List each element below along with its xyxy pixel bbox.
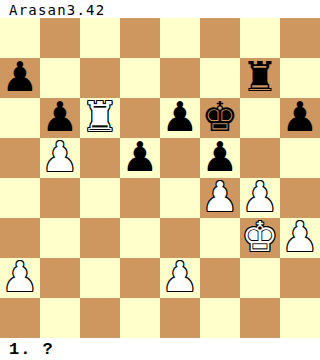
square-a6[interactable]: [0, 98, 40, 138]
square-f4[interactable]: ♟: [200, 178, 240, 218]
square-f5[interactable]: ♟: [200, 138, 240, 178]
square-g4[interactable]: ♟: [240, 178, 280, 218]
square-g8[interactable]: [240, 18, 280, 58]
black-pawn[interactable]: ♟: [122, 138, 159, 178]
square-e4[interactable]: [160, 178, 200, 218]
square-c1[interactable]: [80, 298, 120, 338]
white-pawn[interactable]: ♟: [282, 218, 319, 258]
square-b8[interactable]: [40, 18, 80, 58]
square-e6[interactable]: ♟: [160, 98, 200, 138]
status-bar: 1. ?: [0, 338, 320, 360]
square-g3[interactable]: ♚: [240, 218, 280, 258]
white-king[interactable]: ♚: [242, 218, 279, 258]
square-e8[interactable]: [160, 18, 200, 58]
square-c2[interactable]: [80, 258, 120, 298]
square-b1[interactable]: [40, 298, 80, 338]
square-g1[interactable]: [240, 298, 280, 338]
square-g7[interactable]: ♜: [240, 58, 280, 98]
square-a7[interactable]: ♟: [0, 58, 40, 98]
chess-board: ♟♜♟♜♟♚♟♟♟♟♟♟♚♟♟♟: [0, 18, 320, 338]
square-h5[interactable]: [280, 138, 320, 178]
square-e5[interactable]: [160, 138, 200, 178]
square-f8[interactable]: [200, 18, 240, 58]
square-b2[interactable]: [40, 258, 80, 298]
square-d5[interactable]: ♟: [120, 138, 160, 178]
black-pawn[interactable]: ♟: [282, 98, 319, 138]
square-c3[interactable]: [80, 218, 120, 258]
square-d7[interactable]: [120, 58, 160, 98]
square-h7[interactable]: [280, 58, 320, 98]
square-f2[interactable]: [200, 258, 240, 298]
square-h1[interactable]: [280, 298, 320, 338]
square-d6[interactable]: [120, 98, 160, 138]
square-b4[interactable]: [40, 178, 80, 218]
square-d2[interactable]: [120, 258, 160, 298]
square-c6[interactable]: ♜: [80, 98, 120, 138]
square-g6[interactable]: [240, 98, 280, 138]
square-b5[interactable]: ♟: [40, 138, 80, 178]
square-c7[interactable]: [80, 58, 120, 98]
square-f7[interactable]: [200, 58, 240, 98]
square-a8[interactable]: [0, 18, 40, 58]
white-pawn[interactable]: ♟: [162, 258, 199, 298]
square-f3[interactable]: [200, 218, 240, 258]
square-a1[interactable]: [0, 298, 40, 338]
black-pawn[interactable]: ♟: [2, 58, 39, 98]
square-f1[interactable]: [200, 298, 240, 338]
square-d3[interactable]: [120, 218, 160, 258]
black-king[interactable]: ♚: [202, 98, 239, 138]
square-h3[interactable]: ♟: [280, 218, 320, 258]
square-g5[interactable]: [240, 138, 280, 178]
square-h2[interactable]: [280, 258, 320, 298]
square-b3[interactable]: [40, 218, 80, 258]
black-pawn[interactable]: ♟: [162, 98, 199, 138]
square-a4[interactable]: [0, 178, 40, 218]
square-a5[interactable]: [0, 138, 40, 178]
white-pawn[interactable]: ♟: [2, 258, 39, 298]
square-b6[interactable]: ♟: [40, 98, 80, 138]
square-h8[interactable]: [280, 18, 320, 58]
square-e1[interactable]: [160, 298, 200, 338]
square-c5[interactable]: [80, 138, 120, 178]
square-d1[interactable]: [120, 298, 160, 338]
arasan-window: Arasan3.42 ♟♜♟♜♟♚♟♟♟♟♟♟♚♟♟♟ 1. ?: [0, 0, 320, 360]
square-h6[interactable]: ♟: [280, 98, 320, 138]
square-e3[interactable]: [160, 218, 200, 258]
square-a3[interactable]: [0, 218, 40, 258]
move-prompt: 1. ?: [9, 340, 54, 359]
black-pawn[interactable]: ♟: [42, 98, 79, 138]
square-b7[interactable]: [40, 58, 80, 98]
white-pawn[interactable]: ♟: [42, 138, 79, 178]
white-pawn[interactable]: ♟: [202, 178, 239, 218]
square-d8[interactable]: [120, 18, 160, 58]
square-h4[interactable]: [280, 178, 320, 218]
white-rook[interactable]: ♜: [82, 98, 119, 138]
window-title: Arasan3.42: [9, 2, 105, 18]
square-a2[interactable]: ♟: [0, 258, 40, 298]
square-c8[interactable]: [80, 18, 120, 58]
square-d4[interactable]: [120, 178, 160, 218]
title-bar: Arasan3.42: [0, 0, 320, 18]
black-pawn[interactable]: ♟: [202, 138, 239, 178]
white-pawn[interactable]: ♟: [242, 178, 279, 218]
square-c4[interactable]: [80, 178, 120, 218]
square-e7[interactable]: [160, 58, 200, 98]
square-e2[interactable]: ♟: [160, 258, 200, 298]
square-g2[interactable]: [240, 258, 280, 298]
black-rook[interactable]: ♜: [242, 58, 279, 98]
square-f6[interactable]: ♚: [200, 98, 240, 138]
